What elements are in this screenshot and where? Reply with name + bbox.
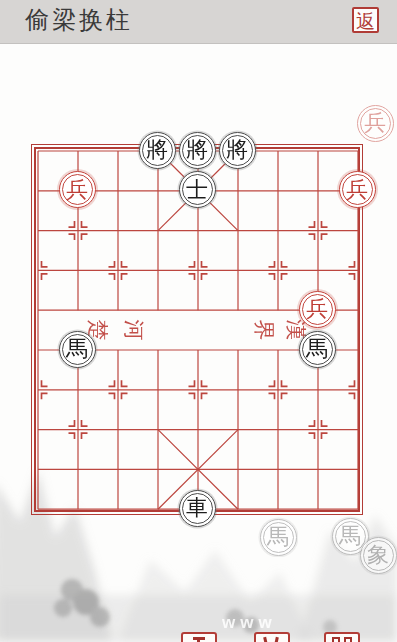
button-glyph-fragment	[274, 637, 279, 642]
button-glyph-fragment	[332, 637, 340, 642]
piece-black-chariot-c4r9[interactable]: 車	[179, 490, 216, 527]
piece-black-general-c3r0[interactable]: 將	[139, 132, 176, 169]
piece-black-advisor-c4r1[interactable]: 士	[179, 171, 216, 208]
piece-black-horse-c7r5[interactable]: 馬	[299, 331, 336, 368]
piece-black-general-c5r0[interactable]: 將	[219, 132, 256, 169]
bottom-button-3[interactable]	[324, 632, 360, 642]
page-title: 偷梁换柱	[25, 0, 133, 43]
piece-red-soldier-c8r1[interactable]: 兵	[339, 171, 376, 208]
back-button[interactable]: 返	[352, 7, 379, 33]
ghost-piece-horse-captured-1: 馬	[260, 519, 297, 556]
piece-red-soldier-c1r1[interactable]: 兵	[59, 171, 96, 208]
header-bar: 偷梁换柱 返	[0, 0, 397, 44]
button-glyph-fragment	[344, 637, 352, 642]
piece-black-general-c4r0[interactable]: 將	[179, 132, 216, 169]
watermark: www	[222, 613, 277, 633]
app-screen: 偷梁换柱 返 楚河界漢 將將將兵士兵兵馬馬車兵馬馬象 www	[0, 0, 397, 642]
ghost-piece-elephant-captured: 象	[360, 537, 397, 574]
bottom-button-1[interactable]	[181, 632, 217, 642]
bottom-button-2[interactable]	[254, 632, 290, 642]
button-glyph-fragment	[197, 637, 200, 642]
button-glyph-fragment	[263, 637, 268, 642]
piece-red-soldier-c7r4[interactable]: 兵	[299, 291, 336, 328]
ghost-piece-soldier-fading: 兵	[357, 105, 394, 142]
piece-black-horse-c1r5[interactable]: 馬	[59, 331, 96, 368]
